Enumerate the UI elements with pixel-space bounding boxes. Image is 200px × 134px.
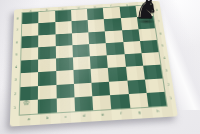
square-b1: [38, 98, 56, 113]
coordinate-label: b: [38, 115, 56, 120]
coordinate-label: f: [112, 111, 131, 116]
coordinate-label: 4: [13, 61, 19, 74]
square-g2: [127, 79, 146, 94]
square-f4: [107, 54, 126, 68]
coordinate-label: 8: [15, 13, 21, 25]
square-f3: [108, 67, 127, 81]
square-h3: [143, 65, 162, 79]
square-d5: [72, 44, 90, 57]
square-b2: [38, 85, 56, 100]
coordinate-label: d: [75, 113, 94, 118]
square-e2: [91, 81, 110, 96]
square-d3: [73, 69, 91, 83]
coordinate-label: 2: [12, 87, 19, 101]
square-c6: [55, 33, 72, 46]
coordinate-label: 5: [159, 39, 167, 52]
coordinate-label: 1: [11, 101, 18, 116]
coordinate-label: 3: [162, 64, 170, 78]
square-g5: [123, 41, 141, 54]
square-b5: [38, 46, 55, 59]
square-a4: [21, 59, 39, 73]
square-h5: [140, 40, 159, 53]
square-c1: [56, 97, 75, 112]
square-f2: [109, 80, 128, 95]
coordinate-label: g: [130, 110, 149, 115]
square-f1: [110, 94, 130, 109]
square-d6: [72, 32, 89, 45]
square-h4: [141, 52, 160, 66]
square-h1: [146, 92, 166, 107]
square-e4: [90, 55, 108, 69]
square-e3: [91, 68, 110, 82]
square-e1: [92, 95, 111, 110]
square-g6: [122, 29, 140, 42]
square-b3: [38, 71, 56, 85]
coordinate-label: 2: [164, 78, 172, 92]
square-d2: [74, 82, 93, 97]
square-e5: [89, 43, 107, 56]
coordinate-label: 7: [14, 24, 20, 36]
square-b6: [38, 34, 55, 47]
black-knight-piece: ♞: [135, 0, 159, 23]
coordinate-label: 5: [13, 48, 19, 61]
square-b4: [38, 58, 55, 72]
square-a6: [22, 35, 39, 48]
coordinate-label: 1: [166, 91, 175, 105]
square-a3: [21, 72, 39, 86]
square-e6: [88, 31, 106, 44]
square-a5: [21, 47, 38, 60]
square-g4: [124, 53, 143, 67]
square-c4: [56, 57, 74, 71]
coordinate-label: c: [56, 114, 75, 119]
coordinate-label: h: [149, 109, 168, 114]
square-d1: [74, 96, 93, 111]
square-d4: [73, 56, 91, 70]
logo-stamp: ♔: [23, 100, 30, 108]
square-f5: [106, 42, 124, 55]
square-g1: [128, 93, 148, 108]
square-h6: [138, 28, 156, 41]
square-h2: [145, 78, 165, 93]
coordinate-label: 6: [14, 36, 20, 48]
square-c3: [56, 70, 74, 84]
square-c5: [55, 45, 72, 58]
square-f6: [105, 30, 123, 43]
coordinate-label: 4: [160, 52, 168, 65]
photo-scene: abcdefgh abcdefgh 87654321 87654321 ♔ ♞: [0, 0, 200, 134]
coordinate-label: 6: [157, 27, 165, 39]
square-g3: [126, 66, 145, 80]
square-c2: [56, 83, 74, 98]
coordinate-label: a: [20, 117, 39, 122]
coordinate-label: 3: [12, 74, 19, 88]
coordinate-label: e: [93, 112, 112, 117]
